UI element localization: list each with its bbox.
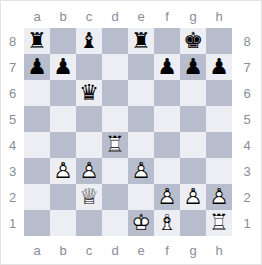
square-a4[interactable]	[24, 132, 50, 158]
square-b3[interactable]: ♙	[50, 158, 76, 184]
square-c2[interactable]: ♕	[76, 184, 102, 210]
white-pawn[interactable]: ♙	[209, 186, 229, 208]
square-b4[interactable]	[50, 132, 76, 158]
square-f7[interactable]: ♟	[154, 54, 180, 80]
rank-label-3: 3	[232, 158, 262, 184]
square-d5[interactable]	[102, 106, 128, 132]
file-label-d: d	[102, 238, 128, 262]
square-c4[interactable]	[76, 132, 102, 158]
square-g6[interactable]	[180, 80, 206, 106]
square-g3[interactable]	[180, 158, 206, 184]
black-pawn[interactable]: ♟	[53, 56, 73, 78]
white-pawn[interactable]: ♙	[183, 186, 203, 208]
square-e5[interactable]	[128, 106, 154, 132]
square-e8[interactable]: ♜	[128, 28, 154, 54]
white-rook[interactable]: ♖	[209, 212, 229, 234]
square-b8[interactable]	[50, 28, 76, 54]
black-pawn[interactable]: ♟	[209, 56, 229, 78]
black-pawn[interactable]: ♟	[157, 56, 177, 78]
square-d4[interactable]: ♖	[102, 132, 128, 158]
white-bishop[interactable]: ♗	[157, 212, 177, 234]
file-label-c: c	[76, 4, 102, 28]
rank-label-6: 6	[1, 80, 24, 106]
square-h3[interactable]	[206, 158, 232, 184]
white-rook[interactable]: ♖	[105, 134, 125, 156]
square-f4[interactable]	[154, 132, 180, 158]
white-pawn[interactable]: ♙	[157, 186, 177, 208]
square-d2[interactable]	[102, 184, 128, 210]
square-g4[interactable]	[180, 132, 206, 158]
rank-label-3: 3	[1, 158, 24, 184]
square-g1[interactable]	[180, 210, 206, 236]
rank-labels-right: 87654321	[232, 28, 262, 236]
square-f6[interactable]	[154, 80, 180, 106]
square-a1[interactable]	[24, 210, 50, 236]
square-f3[interactable]	[154, 158, 180, 184]
square-d8[interactable]	[102, 28, 128, 54]
square-g5[interactable]	[180, 106, 206, 132]
file-label-b: b	[50, 4, 76, 28]
black-rook[interactable]: ♜	[131, 30, 151, 52]
square-g8[interactable]: ♚	[180, 28, 206, 54]
black-rook[interactable]: ♜	[27, 30, 47, 52]
rank-label-4: 4	[232, 132, 262, 158]
white-pawn[interactable]: ♙	[131, 160, 151, 182]
square-f8[interactable]	[154, 28, 180, 54]
file-label-e: e	[128, 4, 154, 28]
square-b5[interactable]	[50, 106, 76, 132]
square-f2[interactable]: ♙	[154, 184, 180, 210]
square-c7[interactable]	[76, 54, 102, 80]
rank-label-2: 2	[1, 184, 24, 210]
file-labels-top: abcdefgh	[24, 4, 232, 28]
square-b2[interactable]	[50, 184, 76, 210]
rank-label-7: 7	[1, 54, 24, 80]
black-pawn[interactable]: ♟	[183, 56, 203, 78]
black-queen[interactable]: ♛	[79, 82, 99, 104]
square-d7[interactable]	[102, 54, 128, 80]
chess-diagram: abcdefgh 87654321 ♜♝♜♚♟♟♟♟♟♛♖♙♙♙♕♙♙♙♔♗♖ …	[0, 0, 262, 265]
square-d6[interactable]	[102, 80, 128, 106]
square-e2[interactable]	[128, 184, 154, 210]
file-label-e: e	[128, 238, 154, 262]
square-c6[interactable]: ♛	[76, 80, 102, 106]
white-pawn[interactable]: ♙	[79, 160, 99, 182]
rank-label-1: 1	[1, 210, 24, 236]
square-g7[interactable]: ♟	[180, 54, 206, 80]
file-label-d: d	[102, 4, 128, 28]
square-c3[interactable]: ♙	[76, 158, 102, 184]
square-c8[interactable]: ♝	[76, 28, 102, 54]
rank-label-2: 2	[232, 184, 262, 210]
rank-label-4: 4	[1, 132, 24, 158]
white-pawn[interactable]: ♙	[53, 160, 73, 182]
square-b6[interactable]	[50, 80, 76, 106]
white-queen[interactable]: ♕	[79, 186, 99, 208]
square-f1[interactable]: ♗	[154, 210, 180, 236]
square-g2[interactable]: ♙	[180, 184, 206, 210]
file-label-f: f	[154, 238, 180, 262]
square-c5[interactable]	[76, 106, 102, 132]
rank-label-7: 7	[232, 54, 262, 80]
black-bishop[interactable]: ♝	[79, 30, 99, 52]
square-h2[interactable]: ♙	[206, 184, 232, 210]
white-king[interactable]: ♔	[131, 212, 151, 234]
square-a5[interactable]	[24, 106, 50, 132]
square-b7[interactable]: ♟	[50, 54, 76, 80]
file-label-h: h	[206, 4, 232, 28]
square-h5[interactable]	[206, 106, 232, 132]
square-e3[interactable]: ♙	[128, 158, 154, 184]
file-label-g: g	[180, 4, 206, 28]
black-king[interactable]: ♚	[183, 30, 203, 52]
file-label-h: h	[206, 238, 232, 262]
square-a7[interactable]: ♟	[24, 54, 50, 80]
chess-board: ♜♝♜♚♟♟♟♟♟♛♖♙♙♙♕♙♙♙♔♗♖	[24, 28, 232, 236]
square-a8[interactable]: ♜	[24, 28, 50, 54]
square-e7[interactable]	[128, 54, 154, 80]
square-a2[interactable]	[24, 184, 50, 210]
file-label-c: c	[76, 238, 102, 262]
rank-label-5: 5	[232, 106, 262, 132]
rank-label-1: 1	[232, 210, 262, 236]
rank-label-6: 6	[232, 80, 262, 106]
square-e4[interactable]	[128, 132, 154, 158]
file-label-a: a	[24, 4, 50, 28]
square-h7[interactable]: ♟	[206, 54, 232, 80]
square-a6[interactable]	[24, 80, 50, 106]
square-e6[interactable]	[128, 80, 154, 106]
square-h1[interactable]: ♖	[206, 210, 232, 236]
square-e1[interactable]: ♔	[128, 210, 154, 236]
rank-label-8: 8	[1, 28, 24, 54]
square-a3[interactable]	[24, 158, 50, 184]
black-pawn[interactable]: ♟	[27, 56, 47, 78]
square-d3[interactable]	[102, 158, 128, 184]
square-h4[interactable]	[206, 132, 232, 158]
file-label-g: g	[180, 238, 206, 262]
rank-labels-left: 87654321	[1, 28, 24, 236]
rank-label-5: 5	[1, 106, 24, 132]
rank-label-8: 8	[232, 28, 262, 54]
square-f5[interactable]	[154, 106, 180, 132]
square-h6[interactable]	[206, 80, 232, 106]
square-c1[interactable]	[76, 210, 102, 236]
file-labels-bottom: abcdefgh	[24, 238, 232, 262]
file-label-f: f	[154, 4, 180, 28]
square-h8[interactable]	[206, 28, 232, 54]
square-b1[interactable]	[50, 210, 76, 236]
file-label-b: b	[50, 238, 76, 262]
file-label-a: a	[24, 238, 50, 262]
square-d1[interactable]	[102, 210, 128, 236]
